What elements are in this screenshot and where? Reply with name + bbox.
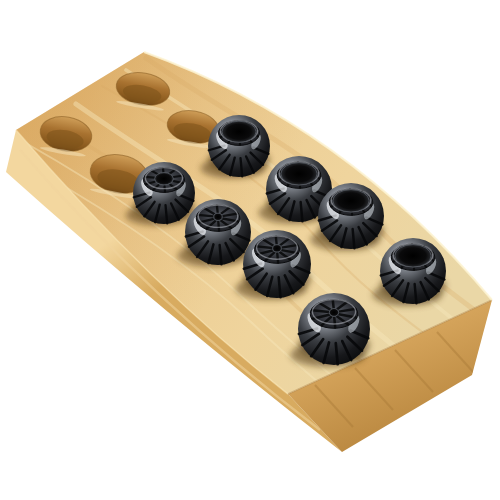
product-photo [0, 0, 500, 500]
collet-block-scene [0, 0, 500, 500]
